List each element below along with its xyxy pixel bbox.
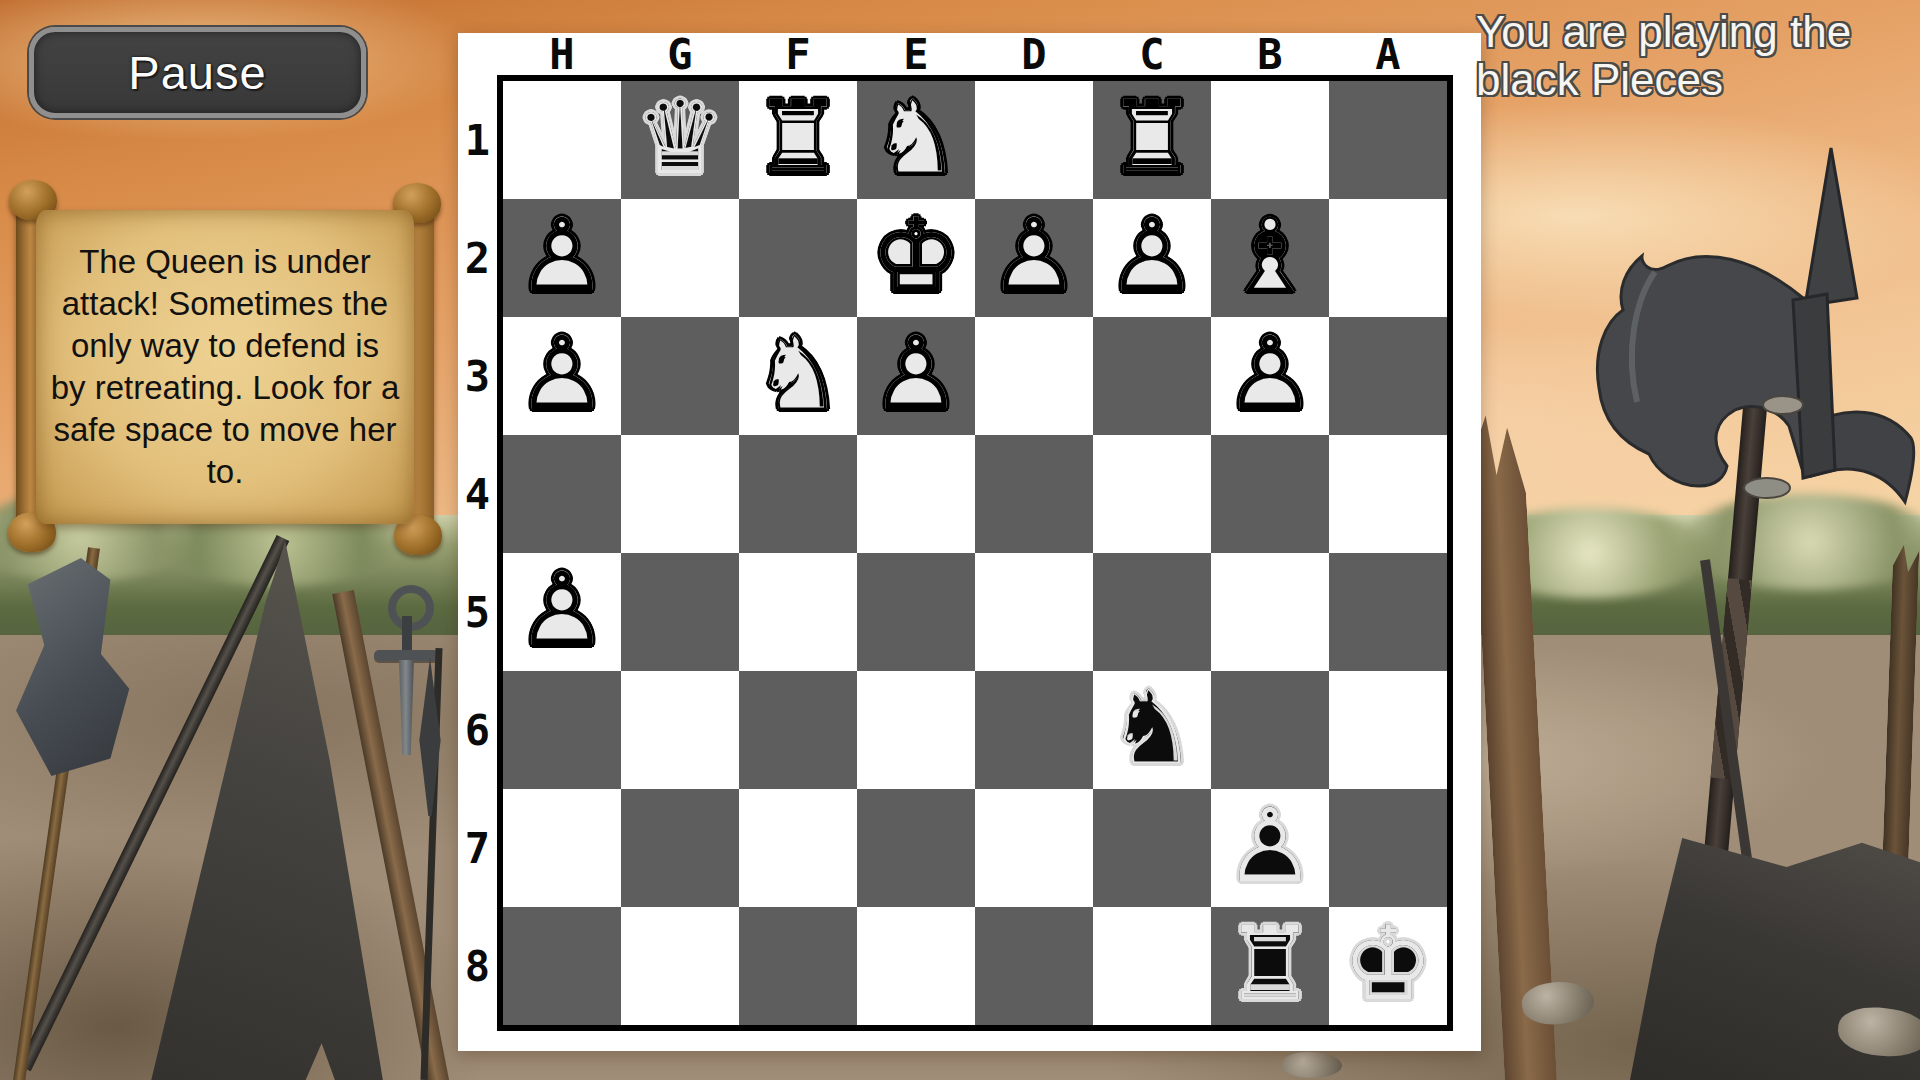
pause-button-label: Pause: [128, 45, 266, 100]
square-e1[interactable]: ♞♘: [857, 81, 975, 199]
square-a4[interactable]: [1329, 435, 1447, 553]
board-grid: ♛♕♜♖♞♘♜♖♟♙♚♔♟♙♟♙♝♗♟♙♞♘♟♙♟♙♟♙♞♘♟♙♜♖♚♔: [497, 75, 1453, 1031]
square-h4[interactable]: [503, 435, 621, 553]
rank-label-8: 8: [458, 907, 497, 1025]
square-e4[interactable]: [857, 435, 975, 553]
square-g2[interactable]: [621, 199, 739, 317]
file-label-h: H: [503, 33, 621, 75]
square-c7[interactable]: [1093, 789, 1211, 907]
square-d3[interactable]: [975, 317, 1093, 435]
parchment-panel: The Queen is under attack! Sometimes the…: [36, 210, 414, 524]
white-pawn-d2[interactable]: ♟♙: [975, 199, 1093, 317]
square-g6[interactable]: [621, 671, 739, 789]
square-e7[interactable]: [857, 789, 975, 907]
file-label-c: C: [1093, 33, 1211, 75]
file-label-f: F: [739, 33, 857, 75]
piece-outline-glyph: ♖: [1093, 87, 1211, 189]
black-knight-c6[interactable]: ♞♘: [1093, 671, 1211, 789]
square-c4[interactable]: [1093, 435, 1211, 553]
square-d2[interactable]: ♟♙: [975, 199, 1093, 317]
piece-outline-glyph: ♙: [975, 205, 1093, 307]
square-f1[interactable]: ♜♖: [739, 81, 857, 199]
rank-label-2: 2: [458, 199, 497, 317]
square-d1[interactable]: [975, 81, 1093, 199]
square-g4[interactable]: [621, 435, 739, 553]
piece-outline-glyph: ♘: [1093, 677, 1211, 779]
rank-label-1: 1: [458, 81, 497, 199]
square-h2[interactable]: ♟♙: [503, 199, 621, 317]
square-h6[interactable]: [503, 671, 621, 789]
square-g1[interactable]: ♛♕: [621, 81, 739, 199]
piece-outline-glyph: ♙: [1211, 795, 1329, 897]
square-b2[interactable]: ♝♗: [1211, 199, 1329, 317]
square-a7[interactable]: [1329, 789, 1447, 907]
white-pawn-c2[interactable]: ♟♙: [1093, 199, 1211, 317]
pause-button[interactable]: Pause: [29, 27, 366, 118]
square-d4[interactable]: [975, 435, 1093, 553]
square-f4[interactable]: [739, 435, 857, 553]
square-f8[interactable]: [739, 907, 857, 1025]
square-b6[interactable]: [1211, 671, 1329, 789]
square-a1[interactable]: [1329, 81, 1447, 199]
black-queen-g1[interactable]: ♛♕: [621, 81, 739, 199]
player-side-note: You are playing the black Pieces: [1476, 8, 1920, 103]
square-g3[interactable]: [621, 317, 739, 435]
piece-outline-glyph: ♙: [503, 559, 621, 661]
white-rook-f1[interactable]: ♜♖: [739, 81, 857, 199]
square-b7[interactable]: ♟♙: [1211, 789, 1329, 907]
chess-board-panel: HGFEDCBA 12345678 ♛♕♜♖♞♘♜♖♟♙♚♔♟♙♟♙♝♗♟♙♞♘…: [458, 33, 1481, 1051]
white-knight-e1[interactable]: ♞♘: [857, 81, 975, 199]
white-pawn-h2[interactable]: ♟♙: [503, 199, 621, 317]
square-c3[interactable]: [1093, 317, 1211, 435]
square-h5[interactable]: ♟♙: [503, 553, 621, 671]
white-king-e2[interactable]: ♚♔: [857, 199, 975, 317]
black-pawn-b7[interactable]: ♟♙: [1211, 789, 1329, 907]
square-h7[interactable]: [503, 789, 621, 907]
square-g5[interactable]: [621, 553, 739, 671]
square-h8[interactable]: [503, 907, 621, 1025]
piece-outline-glyph: ♖: [739, 87, 857, 189]
square-f5[interactable]: [739, 553, 857, 671]
square-b8[interactable]: ♜♖: [1211, 907, 1329, 1025]
square-c8[interactable]: [1093, 907, 1211, 1025]
tutorial-text: The Queen is under attack! Sometimes the…: [36, 235, 414, 498]
square-c1[interactable]: ♜♖: [1093, 81, 1211, 199]
halberd-head-illustration: [1555, 140, 1920, 570]
piece-outline-glyph: ♕: [621, 87, 739, 189]
sword-grip-illustration: [402, 616, 412, 652]
piece-outline-glyph: ♘: [857, 87, 975, 189]
square-a6[interactable]: [1329, 671, 1447, 789]
white-pawn-h5[interactable]: ♟♙: [503, 553, 621, 671]
file-label-b: B: [1211, 33, 1329, 75]
rank-label-6: 6: [458, 671, 497, 789]
piece-outline-glyph: ♙: [1093, 205, 1211, 307]
piece-outline-glyph: ♙: [503, 323, 621, 425]
square-f3[interactable]: ♞♘: [739, 317, 857, 435]
square-e2[interactable]: ♚♔: [857, 199, 975, 317]
rank-label-5: 5: [458, 553, 497, 671]
square-c2[interactable]: ♟♙: [1093, 199, 1211, 317]
piece-outline-glyph: ♙: [857, 323, 975, 425]
white-bishop-b2[interactable]: ♝♗: [1211, 199, 1329, 317]
square-c5[interactable]: [1093, 553, 1211, 671]
square-f6[interactable]: [739, 671, 857, 789]
square-f2[interactable]: [739, 199, 857, 317]
square-e5[interactable]: [857, 553, 975, 671]
square-g8[interactable]: [621, 907, 739, 1025]
square-d5[interactable]: [975, 553, 1093, 671]
white-pawn-b3[interactable]: ♟♙: [1211, 317, 1329, 435]
square-a3[interactable]: [1329, 317, 1447, 435]
square-a8[interactable]: ♚♔: [1329, 907, 1447, 1025]
piece-outline-glyph: ♖: [1211, 913, 1329, 1015]
piece-outline-glyph: ♔: [1329, 913, 1447, 1015]
piece-outline-glyph: ♘: [739, 323, 857, 425]
game-screen: Pause The Queen is under attack! Sometim…: [0, 0, 1920, 1080]
file-label-a: A: [1329, 33, 1447, 75]
white-knight-f3[interactable]: ♞♘: [739, 317, 857, 435]
rank-label-7: 7: [458, 789, 497, 907]
square-b5[interactable]: [1211, 553, 1329, 671]
file-label-e: E: [857, 33, 975, 75]
white-pawn-e3[interactable]: ♟♙: [857, 317, 975, 435]
white-rook-c1[interactable]: ♜♖: [1093, 81, 1211, 199]
piece-outline-glyph: ♙: [1211, 323, 1329, 425]
square-e6[interactable]: [857, 671, 975, 789]
rock-illustration: [1282, 1052, 1342, 1078]
square-d6[interactable]: [975, 671, 1093, 789]
square-a2[interactable]: [1329, 199, 1447, 317]
piece-outline-glyph: ♔: [857, 205, 975, 307]
file-label-g: G: [621, 33, 739, 75]
square-b4[interactable]: [1211, 435, 1329, 553]
square-e8[interactable]: [857, 907, 975, 1025]
file-label-d: D: [975, 33, 1093, 75]
square-h1[interactable]: [503, 81, 621, 199]
square-g7[interactable]: [621, 789, 739, 907]
piece-outline-glyph: ♗: [1211, 205, 1329, 307]
black-king-a8[interactable]: ♚♔: [1329, 907, 1447, 1025]
square-b3[interactable]: ♟♙: [1211, 317, 1329, 435]
square-a5[interactable]: [1329, 553, 1447, 671]
rank-label-3: 3: [458, 317, 497, 435]
square-c6[interactable]: ♞♘: [1093, 671, 1211, 789]
piece-outline-glyph: ♙: [503, 205, 621, 307]
black-rook-b8[interactable]: ♜♖: [1211, 907, 1329, 1025]
white-pawn-h3[interactable]: ♟♙: [503, 317, 621, 435]
square-b1[interactable]: [1211, 81, 1329, 199]
square-d7[interactable]: [975, 789, 1093, 907]
tutorial-scroll: The Queen is under attack! Sometimes the…: [8, 180, 442, 552]
square-d8[interactable]: [975, 907, 1093, 1025]
rank-label-4: 4: [458, 435, 497, 553]
square-e3[interactable]: ♟♙: [857, 317, 975, 435]
square-f7[interactable]: [739, 789, 857, 907]
square-h3[interactable]: ♟♙: [503, 317, 621, 435]
